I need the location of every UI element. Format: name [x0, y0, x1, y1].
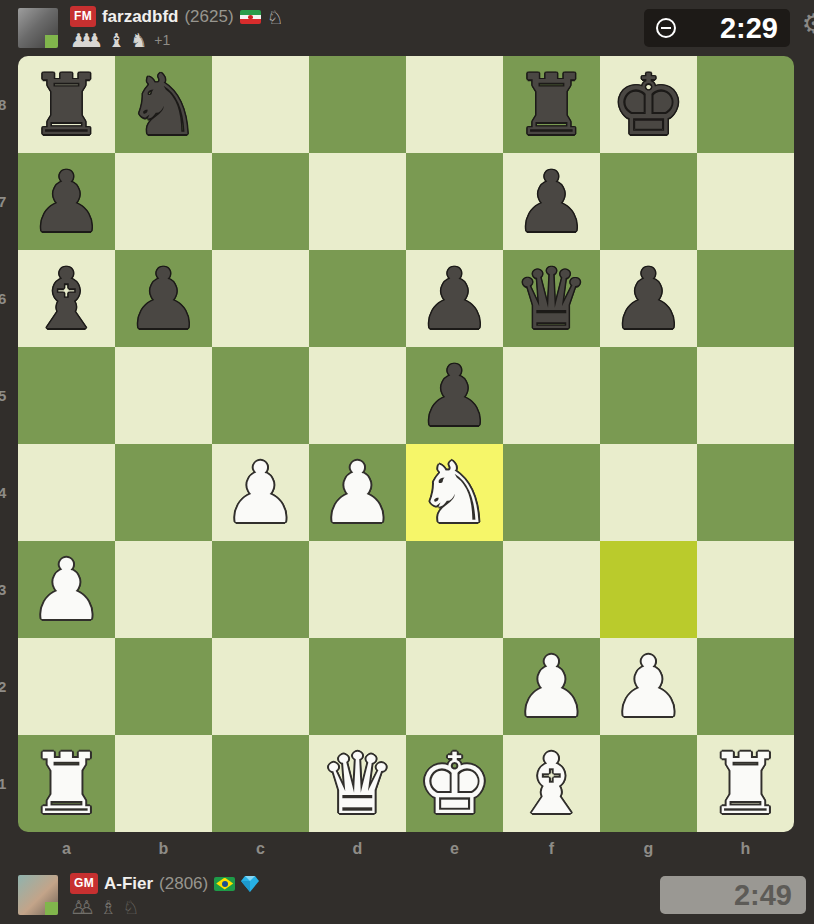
- square-e3[interactable]: [406, 541, 503, 638]
- square-h6[interactable]: [697, 250, 794, 347]
- square-g2[interactable]: ♟: [600, 638, 697, 735]
- square-d2[interactable]: [309, 638, 406, 735]
- white-piece-e1[interactable]: ♚: [417, 742, 492, 826]
- rank-label-8: 8: [0, 56, 16, 153]
- square-e8[interactable]: [406, 56, 503, 153]
- settings-gear-icon[interactable]: ⚙: [802, 8, 814, 39]
- file-labels: abcdefgh: [18, 832, 794, 866]
- captured-pawn-icon: ♙: [78, 897, 95, 917]
- rank-label-3: 3: [0, 541, 16, 638]
- square-f1[interactable]: ♝: [503, 735, 600, 832]
- square-d7[interactable]: [309, 153, 406, 250]
- clock-bottom: 2:49: [660, 876, 806, 914]
- rank-label-4: 4: [0, 444, 16, 541]
- square-e2[interactable]: [406, 638, 503, 735]
- square-h1[interactable]: ♜: [697, 735, 794, 832]
- black-piece-a8[interactable]: ♜: [29, 63, 104, 147]
- square-e1[interactable]: ♚: [406, 735, 503, 832]
- white-piece-a1[interactable]: ♜: [29, 742, 104, 826]
- square-h2[interactable]: [697, 638, 794, 735]
- white-piece-e4[interactable]: ♞: [417, 451, 492, 535]
- square-c7[interactable]: [212, 153, 309, 250]
- file-label-f: f: [503, 832, 600, 866]
- brazil-flag-icon: [214, 877, 235, 891]
- square-a6[interactable]: ♝: [18, 250, 115, 347]
- captured-pieces-bottom: ♙♙♗♘: [70, 897, 139, 917]
- square-d6[interactable]: [309, 250, 406, 347]
- top-player-bar: FM farzadbfd (2625) ♘ ♟♟♟♝♞ +1 2:29 ⚙: [0, 0, 814, 56]
- square-f5[interactable]: [503, 347, 600, 444]
- title-badge-bottom: GM: [70, 873, 98, 894]
- file-label-d: d: [309, 832, 406, 866]
- square-g1[interactable]: [600, 735, 697, 832]
- square-d5[interactable]: [309, 347, 406, 444]
- white-piece-d1[interactable]: ♛: [320, 742, 395, 826]
- captured-pawn-icon: ♟: [86, 30, 103, 50]
- square-a2[interactable]: [18, 638, 115, 735]
- board-area: 87654321 ♜♞♜♚♟♟♝♟♟♛♟♟♟♟♞♟♟♟♜♛♚♝♜: [0, 56, 814, 832]
- square-c5[interactable]: [212, 347, 309, 444]
- square-d4[interactable]: ♟: [309, 444, 406, 541]
- white-piece-h1[interactable]: ♜: [708, 742, 783, 826]
- username-bottom[interactable]: A-Fier: [104, 875, 153, 893]
- white-piece-d4[interactable]: ♟: [320, 451, 395, 535]
- chess-game-screen: FM farzadbfd (2625) ♘ ♟♟♟♝♞ +1 2:29 ⚙ 87…: [0, 0, 814, 924]
- square-b1[interactable]: [115, 735, 212, 832]
- captured-bishop-icon: ♝: [108, 30, 125, 50]
- square-d1[interactable]: ♛: [309, 735, 406, 832]
- square-c8[interactable]: [212, 56, 309, 153]
- clock-top-time: 2:29: [720, 12, 778, 45]
- clock-bottom-time: 2:49: [734, 879, 792, 912]
- file-label-e: e: [406, 832, 503, 866]
- iran-flag-icon: [240, 10, 261, 24]
- square-h3[interactable]: [697, 541, 794, 638]
- square-d8[interactable]: [309, 56, 406, 153]
- square-a5[interactable]: [18, 347, 115, 444]
- online-status-icon: [45, 902, 58, 915]
- square-a3[interactable]: ♟: [18, 541, 115, 638]
- black-piece-g6[interactable]: ♟: [611, 257, 686, 341]
- square-a1[interactable]: ♜: [18, 735, 115, 832]
- avatar-bottom[interactable]: [18, 875, 58, 915]
- square-f6[interactable]: ♛: [503, 250, 600, 347]
- square-g5[interactable]: [600, 347, 697, 444]
- square-b5[interactable]: [115, 347, 212, 444]
- black-piece-e5[interactable]: ♟: [417, 354, 492, 438]
- square-h4[interactable]: [697, 444, 794, 541]
- square-b7[interactable]: [115, 153, 212, 250]
- file-label-g: g: [600, 832, 697, 866]
- square-c4[interactable]: ♟: [212, 444, 309, 541]
- clock-top: 2:29: [644, 9, 790, 47]
- rank-label-7: 7: [0, 153, 16, 250]
- username-top[interactable]: farzadbfd: [102, 8, 179, 26]
- white-piece-f2[interactable]: ♟: [514, 645, 589, 729]
- file-label-c: c: [212, 832, 309, 866]
- black-piece-g8[interactable]: ♚: [611, 63, 686, 147]
- square-e6[interactable]: ♟: [406, 250, 503, 347]
- knight-badge-icon: ♘: [267, 8, 284, 26]
- captured-knight-icon: ♞: [130, 30, 147, 50]
- bottom-player-bar: GM A-Fier (2806) ♙♙♗♘ 2:49: [0, 866, 814, 924]
- title-badge-top: FM: [70, 6, 96, 27]
- rank-label-2: 2: [0, 638, 16, 735]
- square-c1[interactable]: [212, 735, 309, 832]
- square-h8[interactable]: [697, 56, 794, 153]
- square-f4[interactable]: [503, 444, 600, 541]
- square-a7[interactable]: ♟: [18, 153, 115, 250]
- square-a4[interactable]: [18, 444, 115, 541]
- square-g6[interactable]: ♟: [600, 250, 697, 347]
- square-c2[interactable]: [212, 638, 309, 735]
- captured-knight-icon: ♘: [122, 897, 139, 917]
- diamond-membership-icon: [241, 876, 259, 892]
- rating-top: (2625): [184, 8, 233, 26]
- square-f3[interactable]: [503, 541, 600, 638]
- online-status-icon: [45, 35, 58, 48]
- black-piece-f7[interactable]: ♟: [514, 160, 589, 244]
- square-e5[interactable]: ♟: [406, 347, 503, 444]
- black-piece-a7[interactable]: ♟: [29, 160, 104, 244]
- file-label-b: b: [115, 832, 212, 866]
- captured-bishop-icon: ♗: [100, 897, 117, 917]
- rank-label-1: 1: [0, 735, 16, 832]
- square-h5[interactable]: [697, 347, 794, 444]
- rating-bottom: (2806): [159, 875, 208, 893]
- captured-pieces-top: ♟♟♟♝♞: [70, 30, 147, 50]
- black-piece-b8[interactable]: ♞: [126, 63, 201, 147]
- square-g7[interactable]: [600, 153, 697, 250]
- file-label-h: h: [697, 832, 794, 866]
- square-c6[interactable]: [212, 250, 309, 347]
- black-piece-e6[interactable]: ♟: [417, 257, 492, 341]
- white-piece-g2[interactable]: ♟: [611, 645, 686, 729]
- avatar-top[interactable]: [18, 8, 58, 48]
- white-piece-c4[interactable]: ♟: [223, 451, 298, 535]
- black-piece-f6[interactable]: ♛: [514, 257, 589, 341]
- square-f8[interactable]: ♜: [503, 56, 600, 153]
- circle-minus-icon: [656, 18, 676, 38]
- square-b2[interactable]: [115, 638, 212, 735]
- black-piece-b6[interactable]: ♟: [126, 257, 201, 341]
- square-f7[interactable]: ♟: [503, 153, 600, 250]
- black-piece-f8[interactable]: ♜: [514, 63, 589, 147]
- square-a8[interactable]: ♜: [18, 56, 115, 153]
- bottom-player-info: GM A-Fier (2806) ♙♙♗♘: [70, 873, 259, 917]
- square-g3[interactable]: [600, 541, 697, 638]
- chess-board[interactable]: ♜♞♜♚♟♟♝♟♟♛♟♟♟♟♞♟♟♟♜♛♚♝♜: [18, 56, 794, 832]
- white-piece-f1[interactable]: ♝: [514, 742, 589, 826]
- square-c3[interactable]: [212, 541, 309, 638]
- rank-labels: 87654321: [0, 56, 18, 832]
- file-label-a: a: [18, 832, 115, 866]
- square-f2[interactable]: ♟: [503, 638, 600, 735]
- square-g8[interactable]: ♚: [600, 56, 697, 153]
- square-h7[interactable]: [697, 153, 794, 250]
- rank-label-5: 5: [0, 347, 16, 444]
- rank-label-6: 6: [0, 250, 16, 347]
- top-player-info: FM farzadbfd (2625) ♘ ♟♟♟♝♞ +1: [70, 6, 284, 50]
- square-b6[interactable]: ♟: [115, 250, 212, 347]
- black-piece-a6[interactable]: ♝: [29, 257, 104, 341]
- white-piece-a3[interactable]: ♟: [29, 548, 104, 632]
- square-b3[interactable]: [115, 541, 212, 638]
- square-b4[interactable]: [115, 444, 212, 541]
- square-d3[interactable]: [309, 541, 406, 638]
- material-advantage: +1: [154, 32, 170, 48]
- square-e4[interactable]: ♞: [406, 444, 503, 541]
- square-g4[interactable]: [600, 444, 697, 541]
- square-b8[interactable]: ♞: [115, 56, 212, 153]
- square-e7[interactable]: [406, 153, 503, 250]
